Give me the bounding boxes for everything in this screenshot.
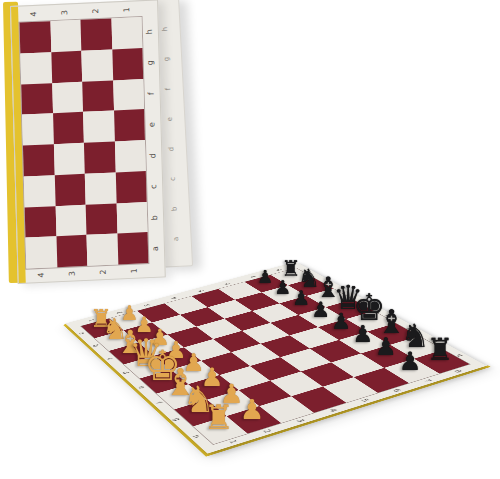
folded-back-file-label: f [165, 88, 172, 91]
folded-back-file-label: d [168, 147, 175, 152]
folded-square-e2 [83, 111, 114, 143]
black-pawn-b7[interactable]: ♟ [274, 278, 291, 297]
folded-square-h3 [50, 20, 81, 52]
folded-top-rank-label: 1 [123, 7, 131, 12]
folded-square-g3 [51, 51, 82, 83]
folded-square-b3 [55, 204, 86, 236]
folded-back-file-label: b [171, 207, 178, 212]
black-pawn-g7[interactable]: ♟ [375, 335, 397, 359]
folded-file-label: a [152, 246, 160, 251]
folded-square-h2 [80, 18, 111, 50]
folded-back-file-label: h [162, 27, 169, 32]
folded-bottom-rank-label: 3 [68, 271, 76, 276]
folded-square-a3 [56, 235, 87, 267]
folded-square-d3 [53, 143, 84, 175]
folded-square-b2 [86, 203, 117, 235]
folded-file-label: e [148, 122, 156, 127]
product-photo-scene: hgfedcba 43214321hgfedcba aa11bb22cc33dd… [0, 0, 500, 479]
folded-bottom-rank-label: 2 [99, 269, 107, 274]
folded-bottom-rank-label: 4 [37, 272, 45, 277]
folded-back-file-label: a [173, 237, 180, 242]
folded-square-e4 [22, 113, 53, 145]
folded-square-e1 [114, 109, 145, 141]
folded-square-g1 [112, 48, 143, 80]
white-pawn-h2[interactable]: ♟ [240, 396, 265, 423]
folded-back-file-label: g [164, 57, 171, 62]
black-pawn-e7[interactable]: ♟ [331, 310, 351, 332]
folded-square-f2 [82, 80, 113, 112]
folded-square-g2 [81, 49, 112, 81]
folded-square-h1 [111, 17, 142, 49]
folded-square-d4 [23, 144, 54, 176]
black-pawn-f7[interactable]: ♟ [353, 322, 374, 345]
folded-square-d1 [114, 140, 145, 172]
folded-bottom-rank-label: 1 [130, 268, 138, 273]
folded-square-c4 [24, 175, 55, 207]
white-rook-h1[interactable]: ♜ [204, 401, 234, 435]
folded-file-label: b [151, 215, 159, 220]
folded-square-f4 [21, 83, 52, 115]
black-pawn-a7[interactable]: ♟ [257, 268, 273, 286]
folded-square-a4 [26, 236, 57, 268]
folded-file-label: d [149, 153, 157, 158]
folded-file-label: g [147, 60, 155, 65]
folded-square-c2 [85, 172, 116, 204]
folded-back-file-label: e [167, 117, 174, 122]
black-rook-h8[interactable]: ♜ [427, 336, 454, 366]
folded-top-rank-label: 3 [61, 10, 69, 15]
black-pawn-d7[interactable]: ♟ [311, 299, 330, 320]
folded-square-h4 [19, 21, 50, 53]
folded-square-b1 [116, 202, 147, 234]
folded-square-f3 [52, 81, 83, 113]
folded-file-label: h [146, 29, 154, 34]
black-pawn-c7[interactable]: ♟ [292, 288, 310, 308]
folded-square-e3 [53, 112, 84, 144]
folded-square-d2 [84, 141, 115, 173]
folded-back-file-label: c [170, 177, 177, 181]
folded-square-c3 [54, 174, 85, 206]
folded-board-grid [18, 16, 149, 270]
folded-square-g4 [20, 52, 51, 84]
folded-square-c1 [115, 171, 146, 203]
folded-half-board: 43214321hgfedcba [10, 0, 166, 284]
folded-square-a1 [117, 232, 148, 264]
folded-top-rank-label: 2 [92, 8, 100, 13]
folded-file-label: f [148, 92, 156, 95]
folded-square-b4 [25, 206, 56, 238]
folded-square-f1 [113, 79, 144, 111]
folded-top-rank-label: 4 [30, 11, 38, 16]
folded-file-label: c [150, 184, 158, 189]
black-pawn-h7[interactable]: ♟ [399, 349, 422, 374]
folded-square-a2 [87, 234, 118, 266]
